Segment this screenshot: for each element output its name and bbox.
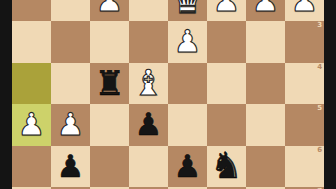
square-a3[interactable]: 3 [285,21,324,63]
square-c3[interactable] [207,21,246,63]
rank-label-3: 3 [317,22,322,29]
square-h6[interactable] [12,146,51,188]
square-h2[interactable] [12,0,51,21]
board-viewport: ♟♛♟♟♟♟3♜♝4♟♟♟5♟♟♞67 [12,0,324,189]
rank-label-6: 6 [317,147,322,154]
square-f4[interactable]: ♜ [90,63,129,105]
white-pawn-h5[interactable]: ♟ [18,109,46,140]
white-pawn-f2[interactable]: ♟ [96,0,124,16]
rank-label-5: 5 [317,105,322,112]
square-e7[interactable] [129,187,168,189]
square-b2[interactable]: ♟ [246,0,285,21]
square-b4[interactable] [246,63,285,105]
square-d6[interactable]: ♟ [168,146,207,188]
square-e6[interactable] [129,146,168,188]
square-c4[interactable] [207,63,246,105]
black-rook-f4[interactable]: ♜ [94,66,124,100]
square-f3[interactable] [90,21,129,63]
square-b6[interactable] [246,146,285,188]
square-a5[interactable]: 5 [285,104,324,146]
square-a6[interactable]: 6 [285,146,324,188]
white-pawn-c2[interactable]: ♟ [213,0,241,16]
square-f7[interactable] [90,187,129,189]
letterbox-left [0,0,12,189]
black-pawn-d6[interactable]: ♟ [174,151,202,182]
white-queen-d2[interactable]: ♛ [171,0,204,19]
square-h3[interactable] [12,21,51,63]
square-f2[interactable]: ♟ [90,0,129,21]
square-g5[interactable]: ♟ [51,104,90,146]
square-c6[interactable]: ♞ [207,146,246,188]
square-h5[interactable]: ♟ [12,104,51,146]
square-g7[interactable] [51,187,90,189]
white-pawn-d3[interactable]: ♟ [174,26,202,57]
square-e2[interactable] [129,0,168,21]
square-c5[interactable] [207,104,246,146]
square-d7[interactable] [168,187,207,189]
black-pawn-g6[interactable]: ♟ [57,151,85,182]
square-f6[interactable] [90,146,129,188]
square-c7[interactable] [207,187,246,189]
square-e5[interactable]: ♟ [129,104,168,146]
white-pawn-g5[interactable]: ♟ [57,109,85,140]
square-h4[interactable] [12,63,51,105]
square-a7[interactable]: 7 [285,187,324,189]
square-g3[interactable] [51,21,90,63]
white-bishop-e4[interactable]: ♝ [133,66,164,101]
chess-board: ♟♛♟♟♟♟3♜♝4♟♟♟5♟♟♞67 [12,0,324,189]
chess-board-screenshot: ♟♛♟♟♟♟3♜♝4♟♟♟5♟♟♞67 [0,0,336,189]
square-d3[interactable]: ♟ [168,21,207,63]
square-d2[interactable]: ♛ [168,0,207,21]
square-b5[interactable] [246,104,285,146]
square-e3[interactable] [129,21,168,63]
black-pawn-e5[interactable]: ♟ [135,109,163,140]
square-b7[interactable] [246,187,285,189]
square-e4[interactable]: ♝ [129,63,168,105]
letterbox-right [324,0,336,189]
square-b3[interactable] [246,21,285,63]
square-f5[interactable] [90,104,129,146]
square-g6[interactable]: ♟ [51,146,90,188]
square-a4[interactable]: 4 [285,63,324,105]
white-pawn-b2[interactable]: ♟ [252,0,280,16]
rank-label-7: 7 [317,188,322,189]
black-knight-c6[interactable]: ♞ [210,148,242,184]
square-d5[interactable] [168,104,207,146]
square-c2[interactable]: ♟ [207,0,246,21]
square-h7[interactable] [12,187,51,189]
square-g4[interactable] [51,63,90,105]
square-d4[interactable] [168,63,207,105]
rank-label-4: 4 [317,64,322,71]
square-a2[interactable]: ♟ [285,0,324,21]
square-g2[interactable] [51,0,90,21]
white-pawn-a2[interactable]: ♟ [291,0,319,16]
